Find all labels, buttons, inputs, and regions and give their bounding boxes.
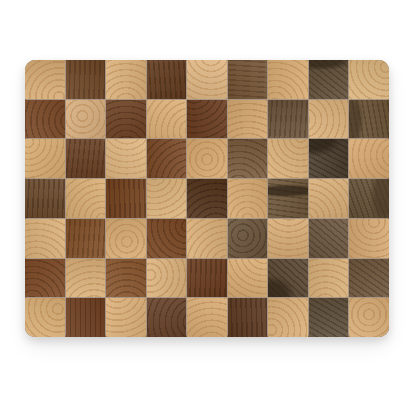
- board-square: [268, 139, 308, 178]
- board-square: [309, 100, 349, 139]
- board-square: [228, 179, 268, 218]
- board-square: [268, 60, 308, 99]
- board-square: [106, 259, 146, 298]
- board-square: [187, 179, 227, 218]
- board-square: [309, 219, 349, 258]
- board-square: [187, 139, 227, 178]
- board-square: [66, 219, 106, 258]
- board-square: [349, 139, 389, 178]
- board-square: [349, 179, 389, 218]
- board-square: [309, 298, 349, 337]
- board-square: [309, 60, 349, 99]
- board-square: [349, 219, 389, 258]
- board-square: [309, 259, 349, 298]
- board-square: [228, 139, 268, 178]
- board-square: [66, 60, 106, 99]
- board-square: [187, 100, 227, 139]
- board-square: [147, 259, 187, 298]
- board-square: [268, 179, 308, 218]
- board-square: [25, 259, 65, 298]
- cutting-board: [25, 60, 389, 337]
- board-square: [106, 179, 146, 218]
- board-square: [228, 219, 268, 258]
- board-square: [147, 139, 187, 178]
- board-square: [268, 219, 308, 258]
- board-square: [147, 179, 187, 218]
- board-square: [106, 60, 146, 99]
- board-square: [228, 60, 268, 99]
- board-square: [268, 259, 308, 298]
- board-square: [349, 298, 389, 337]
- board-square: [106, 139, 146, 178]
- board-square: [228, 298, 268, 337]
- photo-background: [0, 0, 416, 416]
- board-square: [25, 179, 65, 218]
- board-square: [25, 219, 65, 258]
- board-square: [25, 60, 65, 99]
- board-square: [66, 259, 106, 298]
- board-square: [66, 139, 106, 178]
- board-square: [106, 219, 146, 258]
- board-square: [147, 298, 187, 337]
- board-square: [25, 139, 65, 178]
- board-square: [228, 259, 268, 298]
- board-square: [228, 100, 268, 139]
- board-square: [147, 60, 187, 99]
- board-square: [309, 139, 349, 178]
- board-square: [187, 298, 227, 337]
- board-square: [187, 259, 227, 298]
- board-square: [66, 179, 106, 218]
- board-square: [309, 179, 349, 218]
- board-square: [268, 298, 308, 337]
- board-square: [349, 259, 389, 298]
- board-square: [349, 60, 389, 99]
- board-square: [25, 298, 65, 337]
- board-square: [349, 100, 389, 139]
- board-square: [25, 100, 65, 139]
- board-square: [106, 298, 146, 337]
- board-square: [106, 100, 146, 139]
- board-square: [147, 219, 187, 258]
- board-square: [187, 219, 227, 258]
- board-square: [66, 298, 106, 337]
- board-square: [147, 100, 187, 139]
- board-square: [187, 60, 227, 99]
- board-square: [66, 100, 106, 139]
- board-square: [268, 100, 308, 139]
